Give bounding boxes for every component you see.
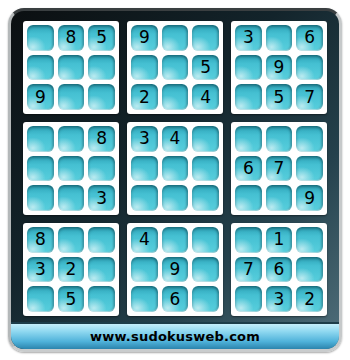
cell-r1c7[interactable]: 3: [235, 25, 262, 51]
cell-r8c7[interactable]: 7: [235, 257, 262, 283]
footer-band: www.sudokusweb.com: [11, 322, 339, 349]
page-background: 8599524369578334679832549617632 www.sudo…: [0, 0, 350, 360]
cell-r6c5[interactable]: [162, 185, 189, 211]
box-2-1: 83: [23, 122, 119, 215]
cell-r6c8[interactable]: [266, 185, 293, 211]
box-3-3: 17632: [231, 223, 327, 316]
cell-r9c4[interactable]: [131, 286, 158, 312]
cell-r7c5[interactable]: [162, 227, 189, 253]
cell-r3c9[interactable]: 7: [296, 84, 323, 110]
box-3-2: 496: [127, 223, 223, 316]
cell-r1c2[interactable]: 8: [58, 25, 85, 51]
box-1-2: 9524: [127, 21, 223, 114]
cell-r2c7[interactable]: [235, 55, 262, 81]
cell-r8c1[interactable]: 3: [27, 257, 54, 283]
cell-r3c8[interactable]: 5: [266, 84, 293, 110]
cell-r4c2[interactable]: [58, 126, 85, 152]
cell-r9c5[interactable]: 6: [162, 286, 189, 312]
cell-r4c7[interactable]: [235, 126, 262, 152]
cell-r6c1[interactable]: [27, 185, 54, 211]
cell-r3c4[interactable]: 2: [131, 84, 158, 110]
cell-r2c8[interactable]: 9: [266, 55, 293, 81]
cell-r2c2[interactable]: [58, 55, 85, 81]
cell-r1c6[interactable]: [192, 25, 219, 51]
cell-r1c9[interactable]: 6: [296, 25, 323, 51]
board-frame: 8599524369578334679832549617632 www.sudo…: [8, 8, 342, 352]
box-3-1: 8325: [23, 223, 119, 316]
cell-r8c6[interactable]: [192, 257, 219, 283]
box-2-2: 34: [127, 122, 223, 215]
sudoku-board: 8599524369578334679832549617632: [11, 11, 339, 322]
cell-r3c2[interactable]: [58, 84, 85, 110]
cell-r2c3[interactable]: [88, 55, 115, 81]
cell-r5c9[interactable]: [296, 156, 323, 182]
cell-r5c5[interactable]: [162, 156, 189, 182]
cell-r4c9[interactable]: [296, 126, 323, 152]
cell-r8c8[interactable]: 6: [266, 257, 293, 283]
cell-r8c4[interactable]: [131, 257, 158, 283]
cell-r8c5[interactable]: 9: [162, 257, 189, 283]
cell-r7c8[interactable]: 1: [266, 227, 293, 253]
cell-r7c1[interactable]: 8: [27, 227, 54, 253]
cell-r6c3[interactable]: 3: [88, 185, 115, 211]
cell-r2c5[interactable]: [162, 55, 189, 81]
cell-r5c3[interactable]: [88, 156, 115, 182]
cell-r9c9[interactable]: 2: [296, 286, 323, 312]
cell-r8c3[interactable]: [88, 257, 115, 283]
cell-r6c4[interactable]: [131, 185, 158, 211]
cell-r3c7[interactable]: [235, 84, 262, 110]
cell-r1c3[interactable]: 5: [88, 25, 115, 51]
cell-r6c2[interactable]: [58, 185, 85, 211]
cell-r9c6[interactable]: [192, 286, 219, 312]
cell-r7c2[interactable]: [58, 227, 85, 253]
cell-r1c8[interactable]: [266, 25, 293, 51]
cell-r2c1[interactable]: [27, 55, 54, 81]
box-1-1: 859: [23, 21, 119, 114]
cell-r5c2[interactable]: [58, 156, 85, 182]
cell-r4c5[interactable]: 4: [162, 126, 189, 152]
cell-r5c8[interactable]: 7: [266, 156, 293, 182]
cell-r9c3[interactable]: [88, 286, 115, 312]
box-1-3: 36957: [231, 21, 327, 114]
cell-r4c3[interactable]: 8: [88, 126, 115, 152]
cell-r4c8[interactable]: [266, 126, 293, 152]
cell-r6c7[interactable]: [235, 185, 262, 211]
cell-r7c7[interactable]: [235, 227, 262, 253]
cell-r4c6[interactable]: [192, 126, 219, 152]
cell-r1c5[interactable]: [162, 25, 189, 51]
cell-r5c1[interactable]: [27, 156, 54, 182]
cell-r5c6[interactable]: [192, 156, 219, 182]
cell-r3c6[interactable]: 4: [192, 84, 219, 110]
cell-r5c4[interactable]: [131, 156, 158, 182]
cell-r2c6[interactable]: 5: [192, 55, 219, 81]
cell-r8c2[interactable]: 2: [58, 257, 85, 283]
cell-r2c4[interactable]: [131, 55, 158, 81]
cell-r9c1[interactable]: [27, 286, 54, 312]
box-2-3: 679: [231, 122, 327, 215]
cell-r4c1[interactable]: [27, 126, 54, 152]
cell-r3c3[interactable]: [88, 84, 115, 110]
cell-r6c9[interactable]: 9: [296, 185, 323, 211]
cell-r7c6[interactable]: [192, 227, 219, 253]
site-url: www.sudokusweb.com: [90, 329, 260, 344]
cell-r7c4[interactable]: 4: [131, 227, 158, 253]
cell-r4c4[interactable]: 3: [131, 126, 158, 152]
cell-r6c6[interactable]: [192, 185, 219, 211]
cell-r3c5[interactable]: [162, 84, 189, 110]
cell-r9c7[interactable]: [235, 286, 262, 312]
cell-r5c7[interactable]: 6: [235, 156, 262, 182]
cell-r1c1[interactable]: [27, 25, 54, 51]
cell-r3c1[interactable]: 9: [27, 84, 54, 110]
cell-r2c9[interactable]: [296, 55, 323, 81]
cell-r7c3[interactable]: [88, 227, 115, 253]
cell-r1c4[interactable]: 9: [131, 25, 158, 51]
cell-r9c8[interactable]: 3: [266, 286, 293, 312]
cell-r8c9[interactable]: [296, 257, 323, 283]
cell-r9c2[interactable]: 5: [58, 286, 85, 312]
cell-r7c9[interactable]: [296, 227, 323, 253]
